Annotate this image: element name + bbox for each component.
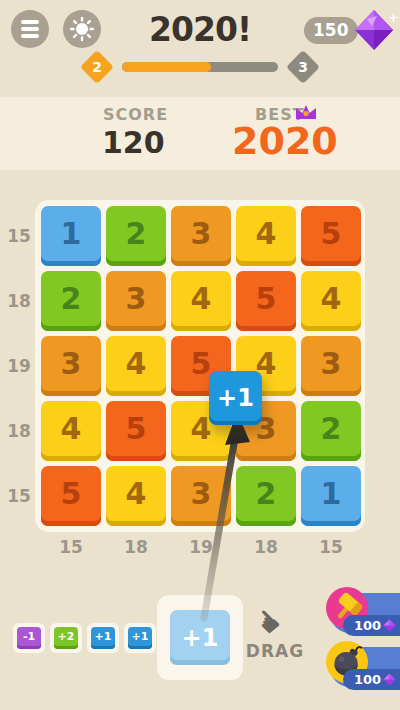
col-label-5: 15 [301, 537, 361, 557]
tile-r5c4[interactable]: 2 [236, 466, 296, 526]
level-current: 2 [85, 55, 109, 79]
tile-r1c2[interactable]: 2 [106, 206, 166, 266]
col-label-3: 19 [171, 537, 231, 557]
tile-r2c3[interactable]: 4 [171, 271, 231, 331]
bomb-cost-pill: 100 [343, 669, 400, 690]
tile-r1c3[interactable]: 3 [171, 206, 231, 266]
drag-source-card[interactable]: +1 [157, 595, 243, 680]
tile-r3c5[interactable]: 3 [301, 336, 361, 396]
game-board: 1234523454345434543254321 [35, 200, 365, 532]
tile-r5c2[interactable]: 4 [106, 466, 166, 526]
tile-queue: -1+2+1+1 [13, 623, 156, 653]
level-progress-fill [122, 62, 211, 72]
queue-card-1: -1 [13, 623, 45, 653]
level-next: 3 [291, 55, 315, 79]
queue-card-3: +1 [87, 623, 119, 653]
row-label-1: 15 [6, 206, 32, 266]
score-strip: SCORE 120 BEST 2020 [0, 97, 400, 170]
game-screen: 2020! 150 + 2 3 SCORE 120 BEST 2020 1518… [0, 0, 400, 710]
queue-card-2: +2 [50, 623, 82, 653]
score-label: SCORE [103, 105, 168, 124]
drag-hint: DRAG [240, 641, 310, 661]
gem-small-icon [383, 673, 396, 686]
row-label-3: 19 [6, 336, 32, 396]
tile-r4c1[interactable]: 4 [41, 401, 101, 461]
tile-r4c5[interactable]: 2 [301, 401, 361, 461]
queue-tile-1: -1 [17, 627, 41, 649]
row-label-4: 18 [6, 401, 32, 461]
queue-card-4: +1 [124, 623, 156, 653]
gem-counter[interactable]: 150 [304, 17, 358, 44]
col-label-4: 18 [236, 537, 296, 557]
tile-r1c1[interactable]: 1 [41, 206, 101, 266]
tile-r2c1[interactable]: 2 [41, 271, 101, 331]
hammer-cost: 100 [354, 618, 381, 633]
col-label-1: 15 [41, 537, 101, 557]
tile-r2c2[interactable]: 3 [106, 271, 166, 331]
row-label-2: 18 [6, 271, 32, 331]
ghost-tile: +1 [170, 610, 230, 665]
level-current-badge: 2 [80, 50, 114, 84]
row-label-5: 15 [6, 466, 32, 526]
tile-r5c5[interactable]: 1 [301, 466, 361, 526]
dragged-tile[interactable]: +1 [209, 371, 262, 425]
tile-r2c5[interactable]: 4 [301, 271, 361, 331]
board-col-labels: 1518191815 [41, 537, 361, 557]
gem-count: 150 [313, 20, 349, 40]
hammer-powerup-button[interactable]: 100 [330, 593, 400, 633]
score-value: 120 [102, 125, 165, 160]
queue-tile-2: +2 [54, 627, 78, 649]
hand-pointer-icon: ☚ [246, 600, 290, 644]
tile-r3c1[interactable]: 3 [41, 336, 101, 396]
bomb-cost: 100 [354, 672, 381, 687]
tile-r2c4[interactable]: 5 [236, 271, 296, 331]
level-progress-bar [122, 62, 278, 72]
gem-plus-icon: + [388, 10, 399, 25]
tile-r1c5[interactable]: 5 [301, 206, 361, 266]
best-value: 2020 [232, 119, 338, 163]
tile-r1c4[interactable]: 4 [236, 206, 296, 266]
tile-r3c2[interactable]: 4 [106, 336, 166, 396]
bomb-powerup-button[interactable]: 100 [330, 647, 400, 687]
board-grid: 1234523454345434543254321 [41, 206, 359, 526]
hammer-cost-pill: 100 [343, 615, 400, 636]
level-next-badge: 3 [286, 50, 320, 84]
queue-tile-3: +1 [91, 627, 115, 649]
tile-r5c1[interactable]: 5 [41, 466, 101, 526]
tile-r4c2[interactable]: 5 [106, 401, 166, 461]
gem-small-icon [383, 619, 396, 632]
queue-tile-4: +1 [128, 627, 152, 649]
tile-r5c3[interactable]: 3 [171, 466, 231, 526]
col-label-2: 18 [106, 537, 166, 557]
